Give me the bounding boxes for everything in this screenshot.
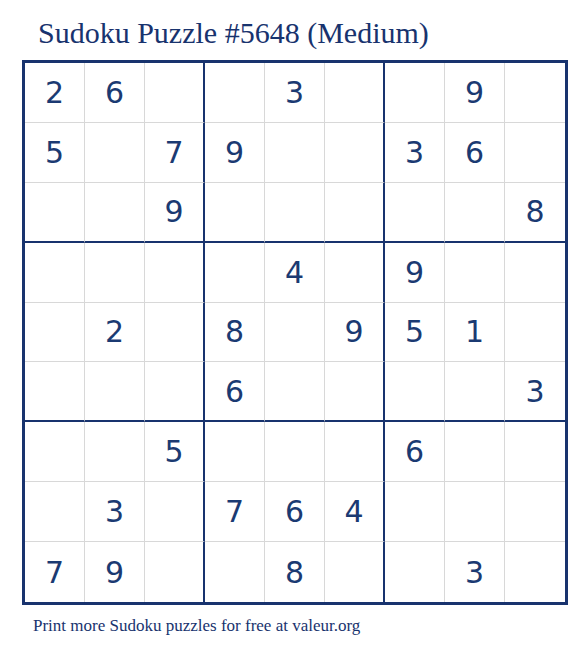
cell-r5c5[interactable]	[265, 303, 325, 363]
cell-r4c7[interactable]: 9	[385, 243, 445, 303]
cell-r7c6[interactable]	[325, 422, 385, 482]
cell-r7c8[interactable]	[445, 422, 505, 482]
cell-r5c4[interactable]: 8	[205, 303, 265, 363]
cell-r8c9[interactable]	[505, 482, 565, 542]
cell-r2c4[interactable]: 9	[205, 123, 265, 183]
cell-r6c4[interactable]: 6	[205, 362, 265, 422]
cell-r7c5[interactable]	[265, 422, 325, 482]
cell-r3c9[interactable]: 8	[505, 183, 565, 243]
cell-r5c7[interactable]: 5	[385, 303, 445, 363]
page-title: Sudoku Puzzle #5648 (Medium)	[38, 16, 429, 49]
cell-r7c1[interactable]	[25, 422, 85, 482]
cell-r9c7[interactable]	[385, 542, 445, 602]
cell-r1c6[interactable]	[325, 63, 385, 123]
cell-r6c5[interactable]	[265, 362, 325, 422]
cell-r9c1[interactable]: 7	[25, 542, 85, 602]
cell-r3c2[interactable]	[85, 183, 145, 243]
cell-r9c4[interactable]	[205, 542, 265, 602]
cell-r7c9[interactable]	[505, 422, 565, 482]
cell-r1c9[interactable]	[505, 63, 565, 123]
cell-r2c3[interactable]: 7	[145, 123, 205, 183]
cell-r2c5[interactable]	[265, 123, 325, 183]
cell-r7c7[interactable]: 6	[385, 422, 445, 482]
cell-r1c3[interactable]	[145, 63, 205, 123]
cell-r7c3[interactable]: 5	[145, 422, 205, 482]
cell-r4c9[interactable]	[505, 243, 565, 303]
cell-r3c3[interactable]: 9	[145, 183, 205, 243]
cell-r9c3[interactable]	[145, 542, 205, 602]
cell-r2c6[interactable]	[325, 123, 385, 183]
cell-r7c2[interactable]	[85, 422, 145, 482]
cell-r3c8[interactable]	[445, 183, 505, 243]
cell-r6c2[interactable]	[85, 362, 145, 422]
cell-r8c4[interactable]: 7	[205, 482, 265, 542]
cell-r1c7[interactable]	[385, 63, 445, 123]
cell-r5c8[interactable]: 1	[445, 303, 505, 363]
cell-r4c3[interactable]	[145, 243, 205, 303]
cell-r6c3[interactable]	[145, 362, 205, 422]
cell-r1c2[interactable]: 6	[85, 63, 145, 123]
cell-r3c5[interactable]	[265, 183, 325, 243]
sudoku-board: 263957936984928951635637647983	[22, 60, 568, 605]
cell-r4c5[interactable]: 4	[265, 243, 325, 303]
cell-r9c5[interactable]: 8	[265, 542, 325, 602]
cell-r6c9[interactable]: 3	[505, 362, 565, 422]
cell-r1c4[interactable]	[205, 63, 265, 123]
cell-r5c6[interactable]: 9	[325, 303, 385, 363]
cell-r8c2[interactable]: 3	[85, 482, 145, 542]
cell-r9c9[interactable]	[505, 542, 565, 602]
cell-r6c7[interactable]	[385, 362, 445, 422]
cell-r5c1[interactable]	[25, 303, 85, 363]
cell-r3c4[interactable]	[205, 183, 265, 243]
cell-r9c8[interactable]: 3	[445, 542, 505, 602]
cell-r8c5[interactable]: 6	[265, 482, 325, 542]
cell-r4c4[interactable]	[205, 243, 265, 303]
cell-r4c6[interactable]	[325, 243, 385, 303]
cell-r8c8[interactable]	[445, 482, 505, 542]
cell-r2c8[interactable]: 6	[445, 123, 505, 183]
cell-r9c6[interactable]	[325, 542, 385, 602]
cell-r1c5[interactable]: 3	[265, 63, 325, 123]
cell-r8c7[interactable]	[385, 482, 445, 542]
cell-r6c1[interactable]	[25, 362, 85, 422]
cell-r4c2[interactable]	[85, 243, 145, 303]
cell-r5c2[interactable]: 2	[85, 303, 145, 363]
cell-r4c1[interactable]	[25, 243, 85, 303]
cell-r5c9[interactable]	[505, 303, 565, 363]
cell-r8c6[interactable]: 4	[325, 482, 385, 542]
cell-r6c6[interactable]	[325, 362, 385, 422]
cell-r8c1[interactable]	[25, 482, 85, 542]
cell-r8c3[interactable]	[145, 482, 205, 542]
cell-r2c9[interactable]	[505, 123, 565, 183]
cell-r6c8[interactable]	[445, 362, 505, 422]
cell-r2c2[interactable]	[85, 123, 145, 183]
cell-r3c6[interactable]	[325, 183, 385, 243]
cell-r3c7[interactable]	[385, 183, 445, 243]
cell-r1c8[interactable]: 9	[445, 63, 505, 123]
cell-r5c3[interactable]	[145, 303, 205, 363]
cell-r3c1[interactable]	[25, 183, 85, 243]
cell-r9c2[interactable]: 9	[85, 542, 145, 602]
cell-r7c4[interactable]	[205, 422, 265, 482]
cell-r4c8[interactable]	[445, 243, 505, 303]
cell-r1c1[interactable]: 2	[25, 63, 85, 123]
footer-text: Print more Sudoku puzzles for free at va…	[33, 616, 360, 636]
sudoku-page: Sudoku Puzzle #5648 (Medium) 26395793698…	[0, 0, 574, 651]
cell-r2c7[interactable]: 3	[385, 123, 445, 183]
cell-r2c1[interactable]: 5	[25, 123, 85, 183]
